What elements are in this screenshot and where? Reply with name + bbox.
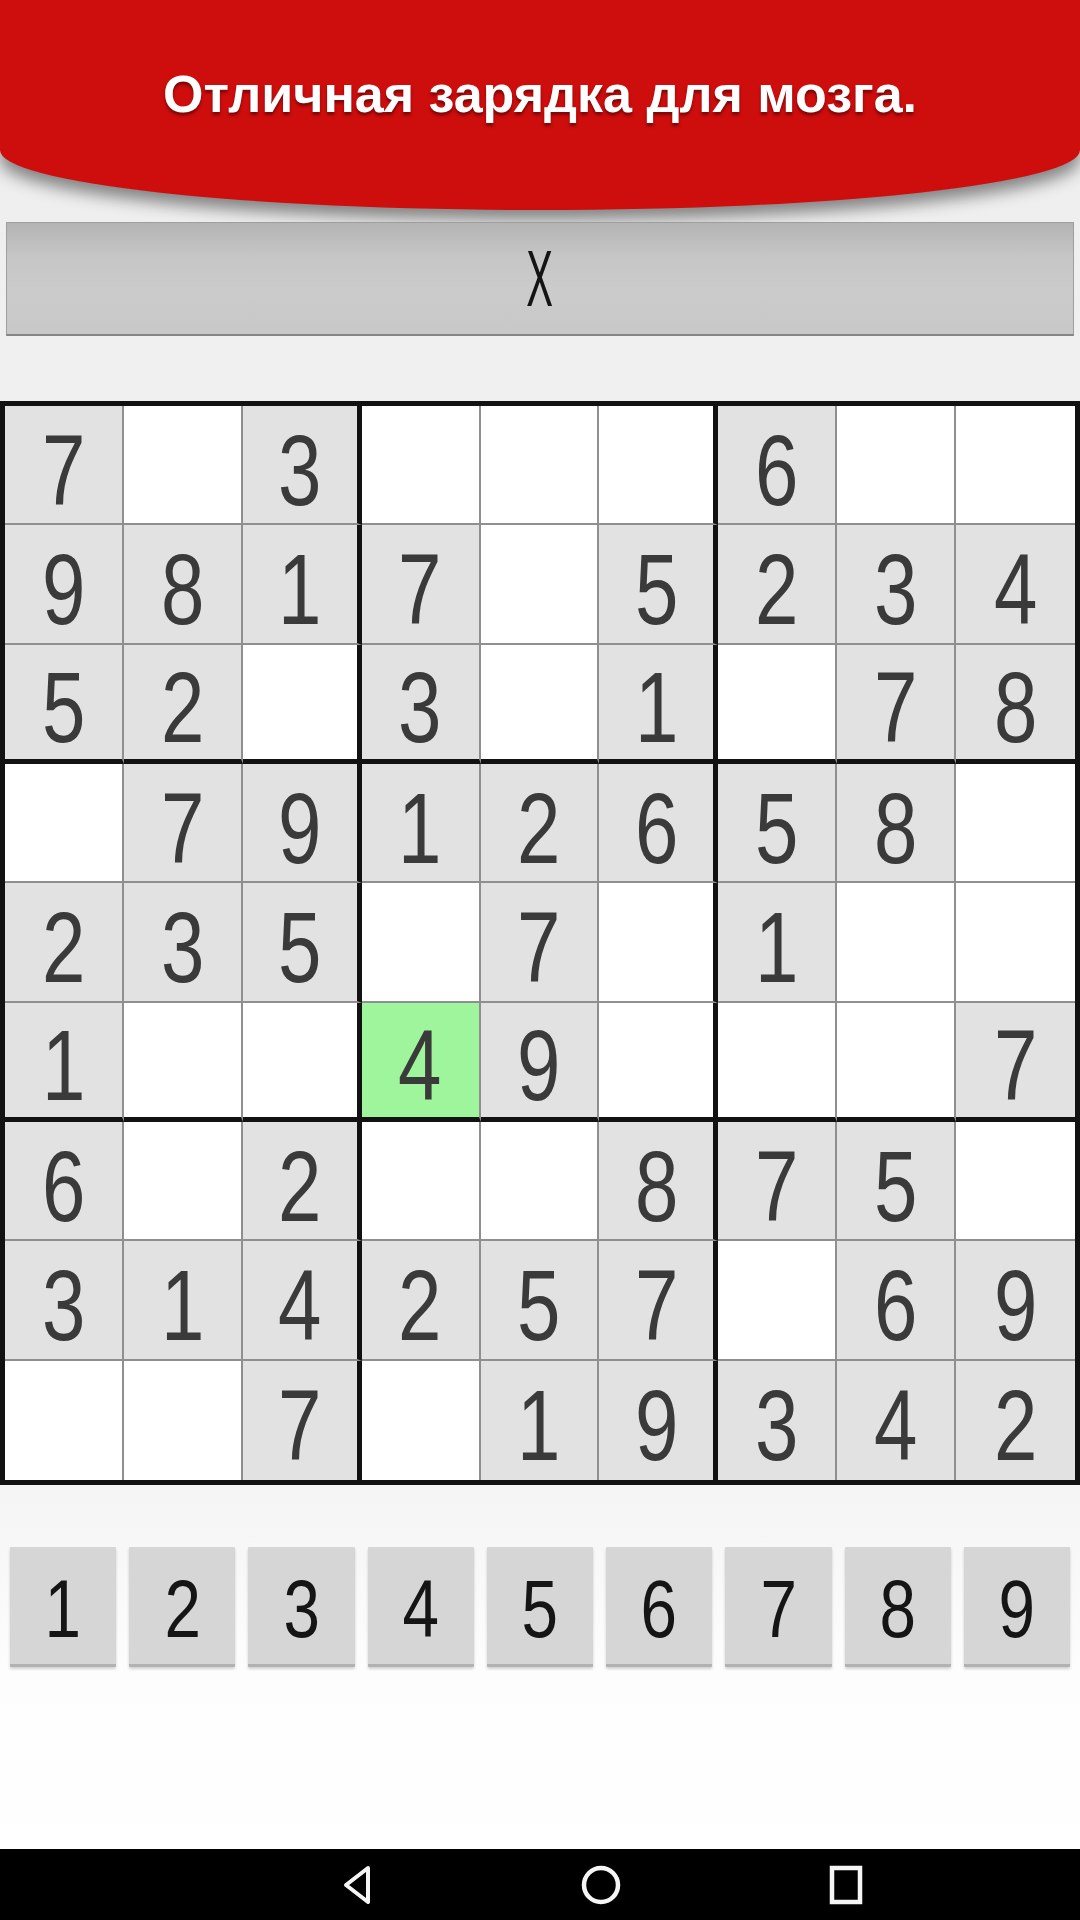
cell-digit: 6: [755, 410, 798, 520]
cell-digit: 7: [398, 529, 441, 639]
sudoku-cell[interactable]: 2: [362, 1241, 481, 1360]
sudoku-cell[interactable]: 1: [599, 645, 718, 764]
sudoku-cell[interactable]: 1: [718, 883, 837, 1002]
sudoku-cell[interactable]: [5, 1361, 124, 1480]
sudoku-cell[interactable]: [837, 1003, 956, 1122]
sudoku-cell[interactable]: 2: [5, 883, 124, 1002]
cell-digit: 4: [398, 1005, 441, 1115]
sudoku-cell[interactable]: [718, 645, 837, 764]
cell-digit: 1: [398, 768, 441, 878]
sudoku-cell[interactable]: [718, 1241, 837, 1360]
sudoku-cell[interactable]: [599, 1003, 718, 1122]
sudoku-cell[interactable]: 7: [124, 764, 243, 883]
cell-digit: 5: [635, 529, 678, 639]
cell-digit: 5: [42, 647, 85, 757]
sudoku-cell[interactable]: 1: [5, 1003, 124, 1122]
sudoku-cell[interactable]: [599, 883, 718, 1002]
sudoku-cell[interactable]: [481, 1122, 600, 1241]
cell-digit: 2: [517, 768, 560, 878]
sudoku-cell[interactable]: [243, 645, 362, 764]
keypad-button-1[interactable]: 1: [10, 1547, 116, 1667]
sudoku-cell[interactable]: 7: [718, 1122, 837, 1241]
sudoku-cell[interactable]: [718, 1003, 837, 1122]
close-button-label: X: [527, 239, 554, 319]
sudoku-cell[interactable]: [956, 883, 1075, 1002]
sudoku-cell[interactable]: 9: [956, 1241, 1075, 1360]
cell-digit: 9: [42, 529, 85, 639]
cell-digit: 5: [874, 1126, 917, 1236]
sudoku-cell[interactable]: 5: [718, 764, 837, 883]
sudoku-cell[interactable]: 3: [718, 1361, 837, 1480]
keypad-button-6[interactable]: 6: [606, 1547, 712, 1667]
sudoku-cell[interactable]: 9: [481, 1003, 600, 1122]
number-keypad: 1 2 3 4 5 6 7 8 9: [10, 1547, 1070, 1667]
sudoku-cell[interactable]: 7: [5, 406, 124, 525]
sudoku-cell[interactable]: 8: [124, 525, 243, 644]
cell-digit: 4: [874, 1365, 917, 1475]
sudoku-cell[interactable]: 1: [243, 525, 362, 644]
sudoku-cell[interactable]: 6: [5, 1122, 124, 1241]
cell-digit: 2: [994, 1365, 1037, 1475]
cell-digit: 8: [874, 768, 917, 878]
sudoku-board: 7369817523452317879126582357114976287531…: [0, 401, 1080, 1485]
sudoku-cell[interactable]: 1: [362, 764, 481, 883]
sudoku-cell[interactable]: [362, 1122, 481, 1241]
keypad-button-3[interactable]: 3: [248, 1547, 354, 1667]
sudoku-cell[interactable]: 1: [481, 1361, 600, 1480]
cell-digit: 1: [161, 1245, 204, 1355]
sudoku-cell[interactable]: 7: [956, 1003, 1075, 1122]
cell-digit: 7: [635, 1245, 678, 1355]
cell-digit: 7: [161, 768, 204, 878]
sudoku-cell[interactable]: 5: [599, 525, 718, 644]
sudoku-cell[interactable]: 7: [481, 883, 600, 1002]
cell-digit: 5: [755, 768, 798, 878]
sudoku-cell[interactable]: [956, 1122, 1075, 1241]
sudoku-cell[interactable]: 9: [5, 525, 124, 644]
sudoku-cell[interactable]: [362, 1361, 481, 1480]
sudoku-cell[interactable]: 3: [124, 883, 243, 1002]
cell-digit: 8: [161, 529, 204, 639]
home-icon[interactable]: [579, 1863, 623, 1907]
cell-digit: 8: [994, 647, 1037, 757]
cell-digit: 3: [398, 647, 441, 757]
keypad-button-8[interactable]: 8: [845, 1547, 951, 1667]
sudoku-cell[interactable]: 5: [837, 1122, 956, 1241]
cell-digit: 2: [42, 887, 85, 997]
cell-digit: 7: [874, 647, 917, 757]
sudoku-cell[interactable]: 2: [481, 764, 600, 883]
sudoku-cell[interactable]: 7: [243, 1361, 362, 1480]
keypad-button-9[interactable]: 9: [964, 1547, 1070, 1667]
cell-digit: 9: [994, 1245, 1037, 1355]
sudoku-cell[interactable]: 4: [243, 1241, 362, 1360]
back-icon[interactable]: [340, 1864, 374, 1906]
sudoku-cell[interactable]: 6: [718, 406, 837, 525]
cell-digit: 7: [755, 1126, 798, 1236]
sudoku-cell[interactable]: 4: [837, 1361, 956, 1480]
cell-digit: 3: [755, 1365, 798, 1475]
message-banner: Отличная зарядка для мозга.: [0, 0, 1080, 210]
sudoku-cell[interactable]: 7: [599, 1241, 718, 1360]
sudoku-cell[interactable]: 2: [718, 525, 837, 644]
sudoku-cell[interactable]: 8: [956, 645, 1075, 764]
sudoku-cell[interactable]: 3: [837, 525, 956, 644]
sudoku-cell[interactable]: [5, 764, 124, 883]
cell-digit: 1: [635, 647, 678, 757]
sudoku-cell[interactable]: 2: [956, 1361, 1075, 1480]
cell-digit: 9: [635, 1365, 678, 1475]
sudoku-cell[interactable]: 6: [837, 1241, 956, 1360]
cell-digit: 4: [278, 1245, 321, 1355]
sudoku-cell[interactable]: 1: [124, 1241, 243, 1360]
sudoku-cell[interactable]: [956, 764, 1075, 883]
sudoku-cell[interactable]: 9: [243, 764, 362, 883]
cell-digit: 3: [161, 887, 204, 997]
cell-digit: 2: [278, 1126, 321, 1236]
cell-digit: 3: [42, 1245, 85, 1355]
cell-digit: 1: [42, 1005, 85, 1115]
sudoku-cell[interactable]: 3: [243, 406, 362, 525]
keypad-button-5[interactable]: 5: [487, 1547, 593, 1667]
sudoku-cell[interactable]: 8: [837, 764, 956, 883]
sudoku-cell[interactable]: 9: [599, 1361, 718, 1480]
sudoku-cell[interactable]: 7: [837, 645, 956, 764]
cell-digit: 5: [517, 1245, 560, 1355]
sudoku-cell[interactable]: [124, 1003, 243, 1122]
sudoku-cell[interactable]: 4: [362, 1003, 481, 1122]
cell-digit: 9: [517, 1005, 560, 1115]
sudoku-cell[interactable]: 3: [362, 645, 481, 764]
sudoku-cell[interactable]: 4: [956, 525, 1075, 644]
cell-digit: 1: [517, 1365, 560, 1475]
sudoku-cell[interactable]: [481, 645, 600, 764]
cell-digit: 3: [874, 529, 917, 639]
cell-digit: 7: [517, 887, 560, 997]
cell-digit: 7: [994, 1005, 1037, 1115]
sudoku-cell[interactable]: [243, 1003, 362, 1122]
banner-text: Отличная зарядка для мозга.: [163, 64, 917, 124]
keypad-button-4[interactable]: 4: [368, 1547, 474, 1667]
sudoku-cell[interactable]: 6: [599, 764, 718, 883]
sudoku-cell[interactable]: [362, 883, 481, 1002]
sudoku-cell[interactable]: 5: [5, 645, 124, 764]
cell-digit: 9: [278, 768, 321, 878]
cell-digit: 6: [42, 1126, 85, 1236]
sudoku-cell[interactable]: 5: [481, 1241, 600, 1360]
close-button[interactable]: X: [6, 222, 1074, 336]
cell-digit: 8: [635, 1126, 678, 1236]
cell-digit: 1: [278, 529, 321, 639]
cell-digit: 2: [755, 529, 798, 639]
cell-digit: 3: [278, 410, 321, 520]
sudoku-cell[interactable]: 7: [362, 525, 481, 644]
sudoku-cell[interactable]: 2: [243, 1122, 362, 1241]
recents-icon[interactable]: [827, 1864, 865, 1906]
cell-digit: 6: [635, 768, 678, 878]
cell-digit: 7: [278, 1365, 321, 1475]
sudoku-cell[interactable]: [124, 406, 243, 525]
cell-digit: 6: [874, 1245, 917, 1355]
sudoku-cell[interactable]: 2: [124, 645, 243, 764]
sudoku-cell[interactable]: 5: [243, 883, 362, 1002]
sudoku-cell[interactable]: 8: [599, 1122, 718, 1241]
cell-digit: 1: [755, 887, 798, 997]
sudoku-cell[interactable]: [837, 406, 956, 525]
sudoku-cell[interactable]: [481, 406, 600, 525]
sudoku-cell[interactable]: [124, 1122, 243, 1241]
cell-digit: 2: [398, 1245, 441, 1355]
sudoku-cell[interactable]: [481, 525, 600, 644]
keypad-button-2[interactable]: 2: [129, 1547, 235, 1667]
cell-digit: 7: [42, 410, 85, 520]
sudoku-cell[interactable]: [599, 406, 718, 525]
sudoku-cell[interactable]: [362, 406, 481, 525]
sudoku-cell[interactable]: 3: [5, 1241, 124, 1360]
cell-digit: 4: [994, 529, 1037, 639]
sudoku-cell[interactable]: [837, 883, 956, 1002]
sudoku-cell[interactable]: [956, 406, 1075, 525]
keypad-button-7[interactable]: 7: [725, 1547, 831, 1667]
cell-digit: 2: [161, 647, 204, 757]
android-navbar: [0, 1849, 1080, 1920]
sudoku-cell[interactable]: [124, 1361, 243, 1480]
cell-digit: 5: [278, 887, 321, 997]
